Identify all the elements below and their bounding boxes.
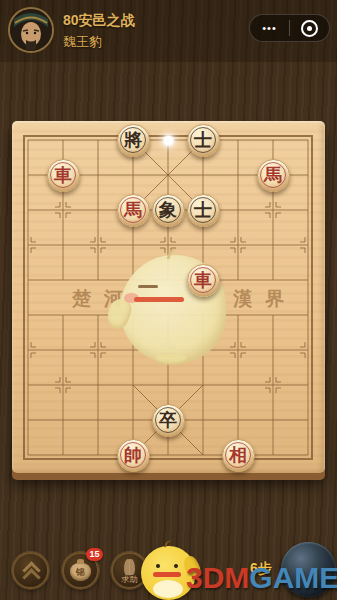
page-title: 80安邑之战 bbox=[63, 12, 135, 30]
piece-glyph: 馬 bbox=[264, 166, 282, 184]
piece-glyph: 象 bbox=[159, 201, 177, 219]
piece-black-士[interactable]: 士 bbox=[187, 194, 220, 227]
piece-glyph: 士 bbox=[194, 201, 212, 219]
praying-hands-icon bbox=[124, 559, 135, 575]
pieces-layer: 將士車馬馬象士車卒帥相 bbox=[12, 121, 325, 473]
piece-glyph: 車 bbox=[194, 271, 212, 289]
general-portrait-icon bbox=[10, 9, 52, 51]
watermark-3dm: 3DM bbox=[186, 561, 249, 594]
xiangqi-board[interactable]: 楚河 漢界 將士車馬馬象士車卒帥相 bbox=[12, 121, 325, 473]
player-avatar[interactable] bbox=[8, 7, 54, 53]
piece-glyph: 將 bbox=[124, 131, 142, 149]
money-bag-icon: 锦 bbox=[70, 563, 91, 581]
miniprogram-capsule: ••• bbox=[249, 14, 330, 42]
piece-black-將[interactable]: 將 bbox=[117, 124, 150, 157]
piece-black-士[interactable]: 士 bbox=[187, 124, 220, 157]
watermark: 3DMGAME bbox=[186, 561, 337, 595]
piece-red-馬[interactable]: 馬 bbox=[117, 194, 150, 227]
piece-black-象[interactable]: 象 bbox=[152, 194, 185, 227]
player-name: 魏王豹 bbox=[63, 33, 102, 51]
expand-menu-button[interactable] bbox=[12, 552, 49, 589]
piece-black-卒[interactable]: 卒 bbox=[152, 404, 185, 437]
more-options-icon[interactable]: ••• bbox=[250, 15, 289, 41]
watermark-game: GAME bbox=[249, 561, 337, 594]
piece-glyph: 相 bbox=[229, 446, 247, 464]
header-bar: 80安邑之战 魏王豹 ••• bbox=[0, 0, 337, 62]
piece-red-馬[interactable]: 馬 bbox=[257, 159, 290, 192]
piece-glyph: 馬 bbox=[124, 201, 142, 219]
piece-glyph: 車 bbox=[54, 166, 72, 184]
piece-red-帥[interactable]: 帥 bbox=[117, 439, 150, 472]
hint-count-badge: 15 bbox=[86, 548, 103, 561]
piece-red-車[interactable]: 車 bbox=[187, 264, 220, 297]
piece-glyph: 帥 bbox=[124, 446, 142, 464]
piece-glyph: 士 bbox=[194, 131, 212, 149]
piece-red-車[interactable]: 車 bbox=[47, 159, 80, 192]
piece-glyph: 卒 bbox=[159, 411, 177, 429]
app-window: 80安邑之战 魏王豹 ••• 楚河 漢界 將士車馬馬象士車卒帥相 锦 15 bbox=[0, 0, 337, 600]
close-home-icon[interactable] bbox=[290, 20, 329, 37]
piece-red-相[interactable]: 相 bbox=[222, 439, 255, 472]
